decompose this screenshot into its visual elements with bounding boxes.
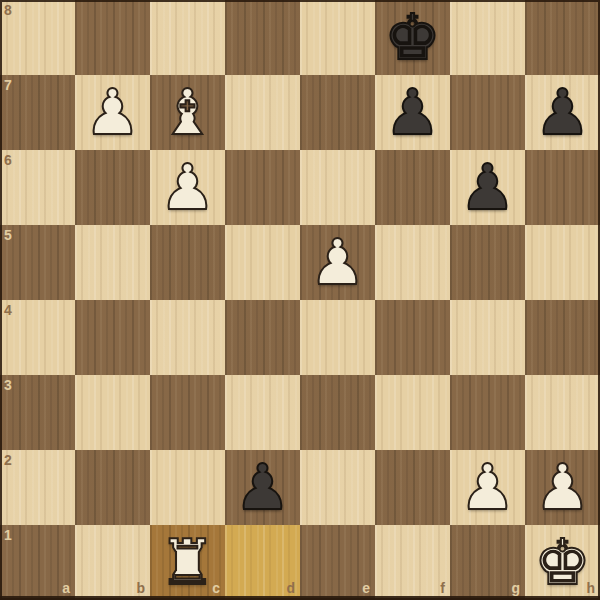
square-d7[interactable] [225,75,300,150]
square-b1[interactable]: b [75,525,150,600]
square-g6[interactable]: ♟ [450,150,525,225]
square-h3[interactable] [525,375,600,450]
piece-white-bishop[interactable]: ♝ [150,75,225,150]
square-b6[interactable] [75,150,150,225]
square-f5[interactable] [375,225,450,300]
square-h5[interactable] [525,225,600,300]
square-e5[interactable]: ♟ [300,225,375,300]
piece-white-pawn[interactable]: ♟ [450,450,525,525]
square-f4[interactable] [375,300,450,375]
square-d4[interactable] [225,300,300,375]
file-label-a: a [62,580,70,596]
square-e2[interactable] [300,450,375,525]
square-e1[interactable]: e [300,525,375,600]
square-g5[interactable] [450,225,525,300]
square-c6[interactable]: ♟ [150,150,225,225]
piece-white-rook[interactable]: ♜ [150,525,225,600]
square-h1[interactable]: ♚h [525,525,600,600]
square-a7[interactable]: 7 [0,75,75,150]
file-label-e: e [362,580,370,596]
square-a2[interactable]: 2 [0,450,75,525]
square-d2[interactable]: ♟ [225,450,300,525]
square-h8[interactable] [525,0,600,75]
square-e8[interactable] [300,0,375,75]
square-b4[interactable] [75,300,150,375]
rank-label-8: 8 [4,2,12,18]
square-a6[interactable]: 6 [0,150,75,225]
square-d5[interactable] [225,225,300,300]
square-a8[interactable]: 8 [0,0,75,75]
piece-black-pawn[interactable]: ♟ [225,450,300,525]
square-a3[interactable]: 3 [0,375,75,450]
square-h6[interactable] [525,150,600,225]
piece-white-king[interactable]: ♚ [525,525,600,600]
file-label-g: g [511,580,520,596]
file-label-d: d [286,580,295,596]
square-d6[interactable] [225,150,300,225]
rank-label-1: 1 [4,527,12,543]
piece-white-pawn[interactable]: ♟ [150,150,225,225]
square-c4[interactable] [150,300,225,375]
square-g4[interactable] [450,300,525,375]
square-g8[interactable] [450,0,525,75]
square-h4[interactable] [525,300,600,375]
square-e6[interactable] [300,150,375,225]
square-e4[interactable] [300,300,375,375]
square-c5[interactable] [150,225,225,300]
square-b2[interactable] [75,450,150,525]
rank-label-6: 6 [4,152,12,168]
square-b7[interactable]: ♟ [75,75,150,150]
rank-label-7: 7 [4,77,12,93]
square-h2[interactable]: ♟ [525,450,600,525]
square-f2[interactable] [375,450,450,525]
square-e7[interactable] [300,75,375,150]
square-c3[interactable] [150,375,225,450]
square-c2[interactable] [150,450,225,525]
piece-black-pawn[interactable]: ♟ [375,75,450,150]
square-f8[interactable]: ♚ [375,0,450,75]
square-f7[interactable]: ♟ [375,75,450,150]
square-d8[interactable] [225,0,300,75]
square-g2[interactable]: ♟ [450,450,525,525]
square-c7[interactable]: ♝ [150,75,225,150]
square-f3[interactable] [375,375,450,450]
square-h7[interactable]: ♟ [525,75,600,150]
piece-white-pawn[interactable]: ♟ [75,75,150,150]
square-d1[interactable]: d [225,525,300,600]
square-a1[interactable]: 1a [0,525,75,600]
square-g1[interactable]: g [450,525,525,600]
piece-black-king[interactable]: ♚ [375,0,450,75]
square-f1[interactable]: f [375,525,450,600]
rank-label-2: 2 [4,452,12,468]
square-a4[interactable]: 4 [0,300,75,375]
square-c8[interactable] [150,0,225,75]
piece-white-pawn[interactable]: ♟ [525,450,600,525]
square-g3[interactable] [450,375,525,450]
chess-board: 8♚7♟♝♟♟6♟♟5♟432♟♟♟1ab♜cdefg♚h [0,0,600,600]
square-b3[interactable] [75,375,150,450]
rank-label-4: 4 [4,302,12,318]
piece-black-pawn[interactable]: ♟ [450,150,525,225]
piece-black-pawn[interactable]: ♟ [525,75,600,150]
square-a5[interactable]: 5 [0,225,75,300]
square-d3[interactable] [225,375,300,450]
square-g7[interactable] [450,75,525,150]
square-f6[interactable] [375,150,450,225]
piece-white-pawn[interactable]: ♟ [300,225,375,300]
rank-label-5: 5 [4,227,12,243]
square-c1[interactable]: ♜c [150,525,225,600]
square-e3[interactable] [300,375,375,450]
square-b8[interactable] [75,0,150,75]
file-label-f: f [440,580,445,596]
square-b5[interactable] [75,225,150,300]
rank-label-3: 3 [4,377,12,393]
file-label-b: b [136,580,145,596]
